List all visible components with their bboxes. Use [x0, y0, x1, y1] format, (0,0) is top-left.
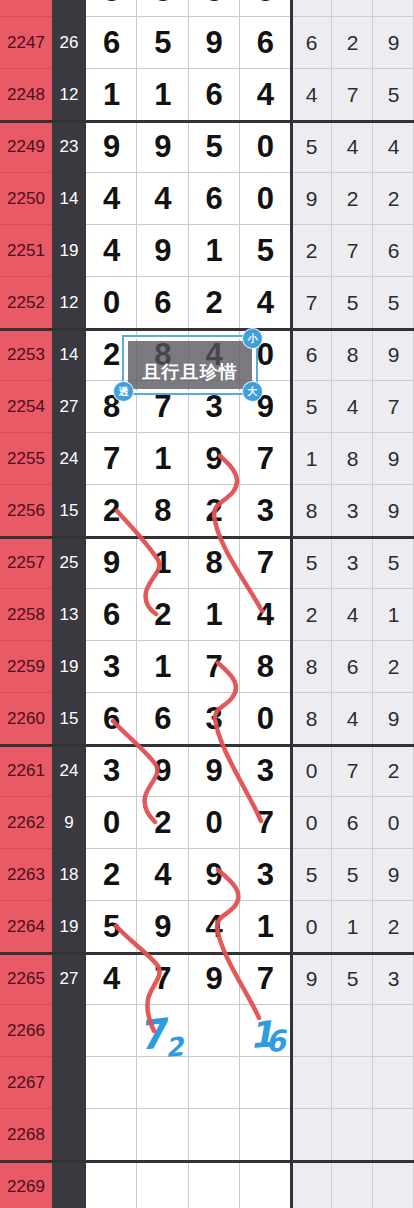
period-cell: 2260	[0, 693, 52, 745]
main-digit-cell: 8	[240, 641, 291, 693]
back-digit-cell: 7	[332, 225, 373, 277]
back-digit-cell: 1	[332, 901, 373, 953]
main-digit-cell	[189, 1161, 240, 1208]
back-digit-cell: 4	[291, 0, 332, 17]
back-digit-cell: 2	[373, 641, 414, 693]
period-cell: 2249	[0, 121, 52, 173]
period-cell: 2246	[0, 0, 52, 17]
period-cell: 2263	[0, 849, 52, 901]
period-cell: 2262	[0, 797, 52, 849]
period-cell: 2256	[0, 485, 52, 537]
back-digit-cell	[373, 1109, 414, 1161]
main-digit-cell: 0	[240, 693, 291, 745]
back-digit-cell: 1	[373, 589, 414, 641]
sum-cell: 12	[52, 69, 86, 121]
main-digit-cell: 4	[86, 953, 137, 1005]
shrink-handle[interactable]: 小	[242, 328, 263, 349]
row-2249: 2249239950544	[0, 121, 414, 173]
back-digit-cell: 2	[332, 17, 373, 69]
period-cell: 2254	[0, 381, 52, 433]
main-digit-cell: 1	[137, 641, 188, 693]
back-digit-cell: 2	[373, 745, 414, 797]
main-digit-cell: 9	[137, 745, 188, 797]
back-digit-cell: 2	[373, 901, 414, 953]
main-digit-cell	[86, 1057, 137, 1109]
sticker-text[interactable]: 且行且珍惜	[128, 341, 252, 389]
back-digit-cell: 9	[373, 485, 414, 537]
back-digit-cell	[332, 1109, 373, 1161]
back-digit-cell: 7	[332, 745, 373, 797]
main-digit-cell: 9	[189, 953, 240, 1005]
back-digit-cell: 6	[291, 329, 332, 381]
row-2252: 2252120624755	[0, 277, 414, 329]
back-digit-cell: 9	[373, 693, 414, 745]
back-digit-cell: 9	[373, 17, 414, 69]
main-digit-cell: 2	[86, 485, 137, 537]
main-digit-cell	[86, 1161, 137, 1208]
back-digit-cell: 3	[332, 537, 373, 589]
main-digit-cell: 5	[189, 121, 240, 173]
sum-cell: 27	[52, 381, 86, 433]
main-digit-cell: 1	[240, 901, 291, 953]
back-digit-cell	[373, 1161, 414, 1208]
main-digit-cell	[189, 1057, 240, 1109]
main-digit-cell: 9	[189, 849, 240, 901]
main-digit-cell: 4	[240, 589, 291, 641]
back-digit-cell: 6	[332, 797, 373, 849]
back-digit-cell: 3	[373, 953, 414, 1005]
main-digit-cell: 4	[86, 225, 137, 277]
period-cell: 2251	[0, 225, 52, 277]
back-digit-cell: 5	[291, 121, 332, 173]
main-digit-cell: 6	[137, 277, 188, 329]
back-digit-cell	[373, 1057, 414, 1109]
period-cell: 2257	[0, 537, 52, 589]
main-digit-cell: 7	[189, 641, 240, 693]
period-cell: 2264	[0, 901, 52, 953]
main-digit-cell: 2	[189, 277, 240, 329]
back-digit-cell: 0	[291, 745, 332, 797]
main-digit-cell: 8	[137, 0, 188, 17]
back-digit-cell: 6	[291, 17, 332, 69]
back-digit-cell: 4	[291, 69, 332, 121]
main-digit-cell	[189, 1005, 240, 1057]
main-digit-cell: 8	[86, 0, 137, 17]
back-digit-cell: 7	[291, 277, 332, 329]
main-digit-cell: 2	[189, 485, 240, 537]
main-digit-cell: 1	[189, 225, 240, 277]
main-digit-cell: 8	[137, 485, 188, 537]
main-digit-cell: 5	[86, 901, 137, 953]
main-digit-cell: 7	[137, 953, 188, 1005]
back-digit-cell	[332, 1161, 373, 1208]
main-digit-cell: 6	[86, 17, 137, 69]
sum-cell: 24	[52, 745, 86, 797]
back-digit-cell	[291, 1057, 332, 1109]
row-2264: 2264195941012	[0, 901, 414, 953]
row-2246: 22468888411	[0, 0, 414, 17]
sum-cell: 23	[52, 121, 86, 173]
main-digit-cell: 1	[137, 69, 188, 121]
main-digit-cell: 7	[86, 433, 137, 485]
back-digit-cell: 9	[373, 329, 414, 381]
main-digit-cell	[137, 1161, 188, 1208]
row-2266: 2266	[0, 1005, 414, 1057]
main-digit-cell: 4	[86, 173, 137, 225]
row-2251: 2251194915276	[0, 225, 414, 277]
row-2261: 2261243993072	[0, 745, 414, 797]
period-cell: 2248	[0, 69, 52, 121]
back-digit-cell: 5	[332, 277, 373, 329]
main-digit-cell: 3	[240, 485, 291, 537]
main-digit-cell	[240, 1005, 291, 1057]
main-digit-cell: 7	[240, 797, 291, 849]
back-digit-cell: 8	[291, 693, 332, 745]
back-digit-cell: 5	[291, 849, 332, 901]
main-digit-cell: 7	[240, 537, 291, 589]
row-2267: 2267	[0, 1057, 414, 1109]
back-digit-cell: 0	[291, 797, 332, 849]
main-digit-cell: 6	[189, 173, 240, 225]
sum-cell: 15	[52, 485, 86, 537]
main-digit-cell: 1	[189, 589, 240, 641]
period-cell: 2269	[0, 1161, 52, 1208]
main-digit-cell: 1	[86, 69, 137, 121]
row-2247: 2247266596629	[0, 17, 414, 69]
back-digit-cell: 8	[291, 485, 332, 537]
main-digit-cell: 3	[240, 745, 291, 797]
trend-grid[interactable]: 2246888841122472665966292248121164475224…	[0, 0, 414, 1208]
main-digit-cell	[137, 1057, 188, 1109]
main-digit-cell: 7	[240, 433, 291, 485]
main-digit-cell	[240, 1109, 291, 1161]
main-digit-cell: 2	[86, 849, 137, 901]
sum-cell	[52, 1109, 86, 1161]
row-2250: 2250144460922	[0, 173, 414, 225]
sum-cell: 15	[52, 693, 86, 745]
main-digit-cell	[137, 1005, 188, 1057]
period-cell: 2247	[0, 17, 52, 69]
back-digit-cell: 6	[373, 225, 414, 277]
main-digit-cell: 9	[86, 121, 137, 173]
main-digit-cell: 0	[86, 797, 137, 849]
transparency-handle[interactable]: 透	[113, 381, 134, 402]
main-digit-cell: 0	[86, 277, 137, 329]
main-digit-cell: 1	[137, 537, 188, 589]
main-digit-cell	[137, 1109, 188, 1161]
main-digit-cell	[86, 1005, 137, 1057]
back-digit-cell: 7	[332, 69, 373, 121]
period-cell: 2268	[0, 1109, 52, 1161]
row-2248: 2248121164475	[0, 69, 414, 121]
main-digit-cell: 6	[86, 589, 137, 641]
sum-cell	[52, 1005, 86, 1057]
back-digit-cell	[291, 1161, 332, 1208]
back-digit-cell: 1	[373, 0, 414, 17]
main-digit-cell: 0	[240, 121, 291, 173]
row-2258: 2258136214241	[0, 589, 414, 641]
sticker-inner-frame: 且行且珍惜	[124, 337, 256, 393]
back-digit-cell: 9	[373, 433, 414, 485]
sum-cell: 14	[52, 329, 86, 381]
sum-cell: 24	[52, 433, 86, 485]
main-digit-cell: 9	[137, 901, 188, 953]
sum-cell	[52, 1161, 86, 1208]
main-digit-cell: 9	[189, 17, 240, 69]
period-cell: 2267	[0, 1057, 52, 1109]
back-digit-cell: 5	[373, 537, 414, 589]
back-digit-cell: 9	[373, 849, 414, 901]
back-digit-cell: 4	[332, 381, 373, 433]
row-2260: 2260156630849	[0, 693, 414, 745]
period-cell: 2261	[0, 745, 52, 797]
back-digit-cell: 0	[291, 901, 332, 953]
row-2259: 2259193178862	[0, 641, 414, 693]
back-digit-cell: 4	[332, 693, 373, 745]
back-digit-cell: 5	[332, 849, 373, 901]
main-digit-cell: 2	[137, 797, 188, 849]
back-digit-cell: 1	[332, 0, 373, 17]
back-digit-cell: 8	[291, 641, 332, 693]
back-digit-cell: 5	[373, 69, 414, 121]
period-cell: 2258	[0, 589, 52, 641]
sum-cell: 25	[52, 537, 86, 589]
back-digit-cell: 7	[373, 381, 414, 433]
back-digit-cell: 9	[291, 173, 332, 225]
main-digit-cell	[86, 1109, 137, 1161]
back-digit-cell: 2	[332, 173, 373, 225]
main-digit-cell: 5	[240, 225, 291, 277]
row-2269: 2269	[0, 1161, 414, 1208]
main-digit-cell: 6	[189, 69, 240, 121]
main-digit-cell: 6	[86, 693, 137, 745]
text-sticker[interactable]: 且行且珍惜	[122, 335, 258, 395]
main-digit-cell: 9	[137, 121, 188, 173]
main-digit-cell: 4	[240, 69, 291, 121]
main-digit-cell: 4	[137, 849, 188, 901]
period-cell: 2250	[0, 173, 52, 225]
main-digit-cell: 4	[240, 277, 291, 329]
main-digit-cell: 1	[137, 433, 188, 485]
back-digit-cell: 5	[291, 381, 332, 433]
main-digit-cell: 0	[189, 797, 240, 849]
sum-cell: 13	[52, 589, 86, 641]
main-digit-cell: 9	[137, 225, 188, 277]
main-digit-cell: 3	[240, 849, 291, 901]
main-digit-cell: 3	[86, 641, 137, 693]
back-digit-cell: 5	[291, 537, 332, 589]
main-digit-cell: 8	[240, 0, 291, 17]
row-2262: 226290207060	[0, 797, 414, 849]
main-digit-cell	[189, 1109, 240, 1161]
sum-cell: 19	[52, 641, 86, 693]
back-digit-cell	[291, 1005, 332, 1057]
back-digit-cell: 8	[332, 329, 373, 381]
back-digit-cell: 4	[332, 121, 373, 173]
row-2256: 2256152823839	[0, 485, 414, 537]
period-cell: 2252	[0, 277, 52, 329]
back-digit-cell	[373, 1005, 414, 1057]
back-digit-cell: 3	[332, 485, 373, 537]
sum-cell: 18	[52, 849, 86, 901]
row-2263: 2263182493559	[0, 849, 414, 901]
back-digit-cell: 2	[291, 225, 332, 277]
sum-cell	[52, 0, 86, 17]
period-cell: 2265	[0, 953, 52, 1005]
back-digit-cell: 0	[373, 797, 414, 849]
back-digit-cell: 5	[332, 953, 373, 1005]
main-digit-cell: 5	[137, 17, 188, 69]
main-digit-cell: 9	[86, 537, 137, 589]
period-cell: 2255	[0, 433, 52, 485]
main-digit-cell: 7	[240, 953, 291, 1005]
main-digit-cell: 6	[137, 693, 188, 745]
main-digit-cell: 4	[189, 901, 240, 953]
main-digit-cell: 3	[86, 745, 137, 797]
main-digit-cell: 8	[189, 537, 240, 589]
back-digit-cell: 8	[332, 433, 373, 485]
back-digit-cell: 4	[332, 589, 373, 641]
main-digit-cell: 3	[189, 693, 240, 745]
back-digit-cell	[332, 1057, 373, 1109]
period-cell: 2266	[0, 1005, 52, 1057]
enlarge-handle[interactable]: 大	[242, 381, 263, 402]
sum-cell: 19	[52, 225, 86, 277]
row-2257: 2257259187535	[0, 537, 414, 589]
sum-cell: 14	[52, 173, 86, 225]
sum-cell: 27	[52, 953, 86, 1005]
main-digit-cell: 2	[137, 589, 188, 641]
back-digit-cell: 2	[373, 173, 414, 225]
sum-cell: 26	[52, 17, 86, 69]
main-digit-cell: 9	[189, 433, 240, 485]
back-digit-cell: 6	[332, 641, 373, 693]
sum-cell: 19	[52, 901, 86, 953]
period-cell: 2253	[0, 329, 52, 381]
sum-cell: 9	[52, 797, 86, 849]
sum-cell	[52, 1057, 86, 1109]
main-digit-cell	[240, 1057, 291, 1109]
back-digit-cell	[332, 1005, 373, 1057]
back-digit-cell: 2	[291, 589, 332, 641]
period-cell: 2259	[0, 641, 52, 693]
row-2268: 2268	[0, 1109, 414, 1161]
back-digit-cell: 5	[373, 277, 414, 329]
back-digit-cell: 1	[291, 433, 332, 485]
main-digit-cell: 6	[240, 17, 291, 69]
main-digit-cell: 9	[189, 745, 240, 797]
main-digit-cell	[240, 1161, 291, 1208]
main-digit-cell: 4	[137, 173, 188, 225]
back-digit-cell: 9	[291, 953, 332, 1005]
main-digit-cell: 0	[240, 173, 291, 225]
main-digit-cell: 8	[189, 0, 240, 17]
back-digit-cell	[291, 1109, 332, 1161]
row-2265: 2265274797953	[0, 953, 414, 1005]
main-back-divider	[290, 0, 293, 1208]
lottery-trend-chart-screen: 2246888841122472665966292248121164475224…	[0, 0, 414, 1208]
row-2255: 2255247197189	[0, 433, 414, 485]
back-digit-cell: 4	[373, 121, 414, 173]
sum-cell: 12	[52, 277, 86, 329]
